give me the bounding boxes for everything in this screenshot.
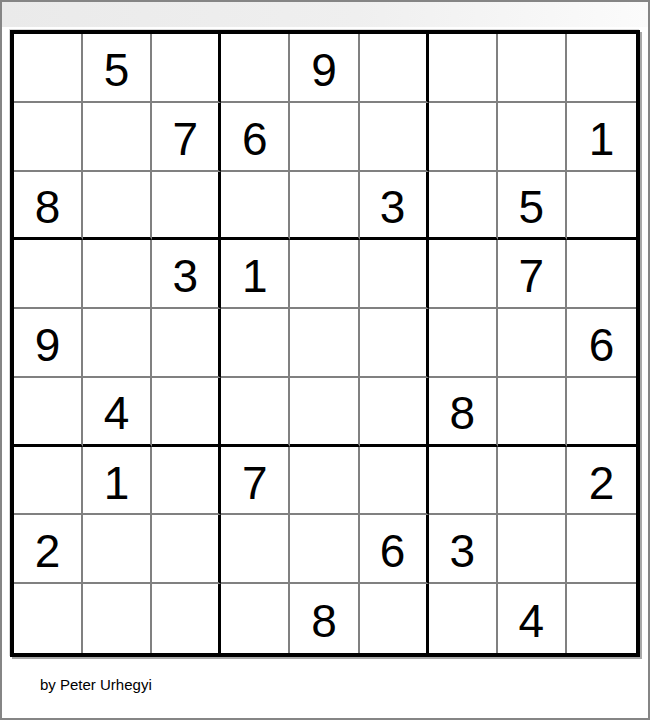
sudoku-cell-r6c8[interactable]: [498, 378, 567, 447]
sudoku-cell-r3c2[interactable]: [83, 172, 152, 241]
sudoku-cell-r1c3[interactable]: [152, 34, 221, 103]
sudoku-cell-r5c7[interactable]: [429, 309, 498, 378]
sudoku-cell-r8c8[interactable]: [498, 515, 567, 584]
sudoku-cell-r9c2[interactable]: [83, 584, 152, 653]
sudoku-cell-r2c8[interactable]: [498, 103, 567, 172]
sudoku-cell-r6c1[interactable]: [14, 378, 83, 447]
sudoku-cell-r5c6[interactable]: [360, 309, 429, 378]
sudoku-cell-r8c6-given[interactable]: 6: [360, 515, 429, 584]
sudoku-cell-r7c3[interactable]: [152, 447, 221, 516]
sudoku-cell-r7c9-given[interactable]: 2: [567, 447, 636, 516]
sudoku-board: 59761835317964817226384: [10, 30, 640, 657]
sudoku-cell-r3c1-given[interactable]: 8: [14, 172, 83, 241]
sudoku-cell-r9c1[interactable]: [14, 584, 83, 653]
sudoku-cell-r8c9[interactable]: [567, 515, 636, 584]
sudoku-cell-r8c1-given[interactable]: 2: [14, 515, 83, 584]
sudoku-cell-r2c5[interactable]: [290, 103, 359, 172]
sudoku-cell-r5c1-given[interactable]: 9: [14, 309, 83, 378]
sudoku-cell-r8c5[interactable]: [290, 515, 359, 584]
sudoku-cell-r1c9[interactable]: [567, 34, 636, 103]
sudoku-cell-r9c7[interactable]: [429, 584, 498, 653]
sudoku-cell-r5c5[interactable]: [290, 309, 359, 378]
sudoku-cell-r6c6[interactable]: [360, 378, 429, 447]
sudoku-cell-r6c3[interactable]: [152, 378, 221, 447]
sudoku-cell-r1c6[interactable]: [360, 34, 429, 103]
sudoku-cell-r6c4[interactable]: [221, 378, 290, 447]
sudoku-cell-r1c8[interactable]: [498, 34, 567, 103]
sudoku-cell-r9c3[interactable]: [152, 584, 221, 653]
sudoku-cell-r5c8[interactable]: [498, 309, 567, 378]
sudoku-cell-r1c7[interactable]: [429, 34, 498, 103]
sudoku-cell-r8c7-given[interactable]: 3: [429, 515, 498, 584]
sudoku-cell-r2c2[interactable]: [83, 103, 152, 172]
header-strip: [2, 2, 648, 27]
sudoku-cell-r7c1[interactable]: [14, 447, 83, 516]
sudoku-cell-r5c3[interactable]: [152, 309, 221, 378]
sudoku-cell-r2c4-given[interactable]: 6: [221, 103, 290, 172]
sudoku-cell-r3c9[interactable]: [567, 172, 636, 241]
sudoku-cell-r8c3[interactable]: [152, 515, 221, 584]
sudoku-cell-r9c9[interactable]: [567, 584, 636, 653]
sudoku-cell-r3c8-given[interactable]: 5: [498, 172, 567, 241]
sudoku-cell-r9c4[interactable]: [221, 584, 290, 653]
sudoku-cell-r4c6[interactable]: [360, 240, 429, 309]
sudoku-cell-r6c7-given[interactable]: 8: [429, 378, 498, 447]
sudoku-cell-r2c7[interactable]: [429, 103, 498, 172]
sudoku-cell-r3c4[interactable]: [221, 172, 290, 241]
sudoku-cell-r4c7[interactable]: [429, 240, 498, 309]
sudoku-cell-r5c2[interactable]: [83, 309, 152, 378]
sudoku-cell-r1c1[interactable]: [14, 34, 83, 103]
sudoku-cell-r3c3[interactable]: [152, 172, 221, 241]
sudoku-cell-r2c3-given[interactable]: 7: [152, 103, 221, 172]
sudoku-cell-r6c2-given[interactable]: 4: [83, 378, 152, 447]
sudoku-cell-r7c2-given[interactable]: 1: [83, 447, 152, 516]
sudoku-cell-r2c6[interactable]: [360, 103, 429, 172]
sudoku-cell-r4c5[interactable]: [290, 240, 359, 309]
sudoku-cell-r9c8-given[interactable]: 4: [498, 584, 567, 653]
sudoku-cell-r5c9-given[interactable]: 6: [567, 309, 636, 378]
sudoku-cell-r2c9-given[interactable]: 1: [567, 103, 636, 172]
sudoku-cell-r9c6[interactable]: [360, 584, 429, 653]
credit-text: by Peter Urhegyi: [40, 676, 152, 693]
sudoku-cell-r1c4[interactable]: [221, 34, 290, 103]
sudoku-cell-r5c4[interactable]: [221, 309, 290, 378]
sudoku-cell-r4c4-given[interactable]: 1: [221, 240, 290, 309]
sudoku-cell-r8c2[interactable]: [83, 515, 152, 584]
sudoku-cell-r8c4[interactable]: [221, 515, 290, 584]
sudoku-cell-r4c1[interactable]: [14, 240, 83, 309]
sudoku-cell-r4c8-given[interactable]: 7: [498, 240, 567, 309]
sudoku-cell-r7c7[interactable]: [429, 447, 498, 516]
sudoku-cell-r7c6[interactable]: [360, 447, 429, 516]
page: 59761835317964817226384 by Peter Urhegyi: [0, 0, 650, 720]
sudoku-cell-r1c2-given[interactable]: 5: [83, 34, 152, 103]
sudoku-cell-r6c5[interactable]: [290, 378, 359, 447]
sudoku-cell-r4c9[interactable]: [567, 240, 636, 309]
sudoku-cell-r2c1[interactable]: [14, 103, 83, 172]
sudoku-cell-r9c5-given[interactable]: 8: [290, 584, 359, 653]
sudoku-cell-r7c5[interactable]: [290, 447, 359, 516]
sudoku-cell-r4c3-given[interactable]: 3: [152, 240, 221, 309]
sudoku-cell-r4c2[interactable]: [83, 240, 152, 309]
sudoku-cell-r1c5-given[interactable]: 9: [290, 34, 359, 103]
sudoku-cell-r3c6-given[interactable]: 3: [360, 172, 429, 241]
sudoku-cell-r6c9[interactable]: [567, 378, 636, 447]
sudoku-cell-r7c8[interactable]: [498, 447, 567, 516]
sudoku-cell-r3c7[interactable]: [429, 172, 498, 241]
sudoku-cell-r7c4-given[interactable]: 7: [221, 447, 290, 516]
sudoku-cell-r3c5[interactable]: [290, 172, 359, 241]
